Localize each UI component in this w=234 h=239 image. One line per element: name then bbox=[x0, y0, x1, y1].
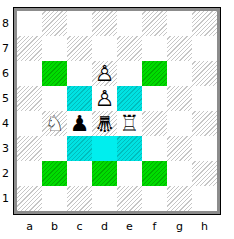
square-c5[interactable] bbox=[67, 86, 92, 111]
rank-label-8: 8 bbox=[0, 11, 11, 36]
square-e8[interactable] bbox=[117, 11, 142, 36]
square-d6[interactable]: ♟♙ bbox=[92, 61, 117, 86]
square-e4[interactable]: ♜♖ bbox=[117, 111, 142, 136]
square-b7[interactable] bbox=[42, 36, 67, 61]
square-a6[interactable] bbox=[17, 61, 42, 86]
square-a2[interactable] bbox=[17, 161, 42, 186]
square-b1[interactable] bbox=[42, 186, 67, 211]
square-e1[interactable] bbox=[117, 186, 142, 211]
square-a8[interactable] bbox=[17, 11, 42, 36]
square-h4[interactable] bbox=[192, 111, 217, 136]
square-g4[interactable] bbox=[167, 111, 192, 136]
square-d7[interactable] bbox=[92, 36, 117, 61]
square-d8[interactable] bbox=[92, 11, 117, 36]
square-h5[interactable] bbox=[192, 86, 217, 111]
white-pawn-icon: ♟♙ bbox=[92, 61, 117, 86]
square-f2[interactable] bbox=[142, 161, 167, 186]
square-b8[interactable] bbox=[42, 11, 67, 36]
square-f1[interactable] bbox=[142, 186, 167, 211]
white-knight-icon: ♞♘ bbox=[42, 111, 67, 136]
square-h2[interactable] bbox=[192, 161, 217, 186]
file-label-b: b bbox=[42, 219, 67, 235]
square-f7[interactable] bbox=[142, 36, 167, 61]
board-inner-border: ♟♙♟♙♞♘♟♛♜♖ bbox=[14, 8, 220, 214]
square-g2[interactable] bbox=[167, 161, 192, 186]
square-d2[interactable] bbox=[92, 161, 117, 186]
square-a1[interactable] bbox=[17, 186, 42, 211]
file-label-f: f bbox=[142, 219, 167, 235]
square-g8[interactable] bbox=[167, 11, 192, 36]
white-pawn-icon: ♟♙ bbox=[92, 86, 117, 111]
fairy-chess-board-screen: ♟♙♟♙♞♘♟♛♜♖ 87654321 abcdefgh bbox=[0, 0, 234, 239]
square-d4[interactable]: ♛ bbox=[92, 111, 117, 136]
square-c4[interactable]: ♟ bbox=[67, 111, 92, 136]
square-d3[interactable] bbox=[92, 136, 117, 161]
rank-label-5: 5 bbox=[0, 86, 11, 111]
file-label-d: d bbox=[92, 219, 117, 235]
square-a5[interactable] bbox=[17, 86, 42, 111]
square-f5[interactable] bbox=[142, 86, 167, 111]
square-h6[interactable] bbox=[192, 61, 217, 86]
square-g6[interactable] bbox=[167, 61, 192, 86]
square-h3[interactable] bbox=[192, 136, 217, 161]
square-b2[interactable] bbox=[42, 161, 67, 186]
square-f6[interactable] bbox=[142, 61, 167, 86]
square-e5[interactable] bbox=[117, 86, 142, 111]
square-a7[interactable] bbox=[17, 36, 42, 61]
square-e2[interactable] bbox=[117, 161, 142, 186]
square-b5[interactable] bbox=[42, 86, 67, 111]
rank-label-2: 2 bbox=[0, 161, 11, 186]
rank-label-6: 6 bbox=[0, 61, 11, 86]
square-g1[interactable] bbox=[167, 186, 192, 211]
board-frame: ♟♙♟♙♞♘♟♛♜♖ bbox=[13, 7, 221, 215]
square-b3[interactable] bbox=[42, 136, 67, 161]
file-label-e: e bbox=[117, 219, 142, 235]
square-e3[interactable] bbox=[117, 136, 142, 161]
black-grasshopper-inverted-queen-icon: ♛ bbox=[92, 111, 117, 136]
file-label-h: h bbox=[192, 219, 217, 235]
square-g5[interactable] bbox=[167, 86, 192, 111]
square-c7[interactable] bbox=[67, 36, 92, 61]
square-c1[interactable] bbox=[67, 186, 92, 211]
square-f4[interactable] bbox=[142, 111, 167, 136]
rank-label-1: 1 bbox=[0, 186, 11, 211]
square-a3[interactable] bbox=[17, 136, 42, 161]
file-label-a: a bbox=[17, 219, 42, 235]
square-c6[interactable] bbox=[67, 61, 92, 86]
square-b4[interactable]: ♞♘ bbox=[42, 111, 67, 136]
black-pawn-icon: ♟ bbox=[67, 111, 92, 136]
rank-label-7: 7 bbox=[0, 36, 11, 61]
square-d1[interactable] bbox=[92, 186, 117, 211]
square-e6[interactable] bbox=[117, 61, 142, 86]
square-h1[interactable] bbox=[192, 186, 217, 211]
file-label-c: c bbox=[67, 219, 92, 235]
square-g3[interactable] bbox=[167, 136, 192, 161]
square-g7[interactable] bbox=[167, 36, 192, 61]
square-a4[interactable] bbox=[17, 111, 42, 136]
square-c3[interactable] bbox=[67, 136, 92, 161]
white-rook-icon: ♜♖ bbox=[117, 111, 142, 136]
file-label-g: g bbox=[167, 219, 192, 235]
rank-label-4: 4 bbox=[0, 111, 11, 136]
square-f8[interactable] bbox=[142, 11, 167, 36]
rank-label-3: 3 bbox=[0, 136, 11, 161]
square-d5[interactable]: ♟♙ bbox=[92, 86, 117, 111]
square-c2[interactable] bbox=[67, 161, 92, 186]
square-f3[interactable] bbox=[142, 136, 167, 161]
square-h7[interactable] bbox=[192, 36, 217, 61]
square-h8[interactable] bbox=[192, 11, 217, 36]
chess-board: ♟♙♟♙♞♘♟♛♜♖ bbox=[17, 11, 217, 211]
square-c8[interactable] bbox=[67, 11, 92, 36]
square-b6[interactable] bbox=[42, 61, 67, 86]
square-e7[interactable] bbox=[117, 36, 142, 61]
